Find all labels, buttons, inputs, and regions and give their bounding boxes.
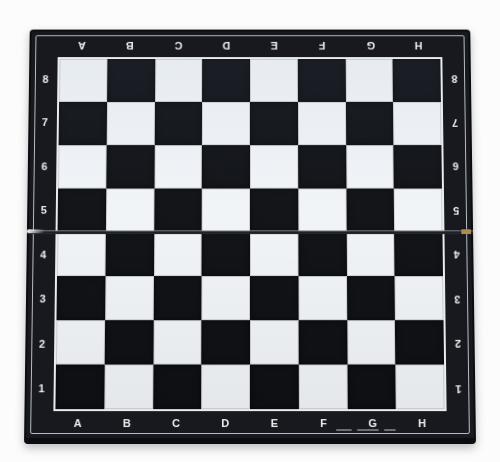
square-b4[interactable]	[105, 232, 154, 276]
rank-left-label-4: 4	[32, 232, 54, 276]
square-h7[interactable]	[393, 102, 441, 145]
square-b2[interactable]	[104, 320, 153, 364]
square-f3[interactable]	[298, 276, 347, 320]
square-g8[interactable]	[345, 59, 393, 102]
square-h4[interactable]	[394, 232, 443, 276]
square-a6[interactable]	[58, 145, 106, 188]
square-h5[interactable]	[394, 189, 443, 233]
square-f7[interactable]	[298, 102, 346, 145]
rank-right-label-6: 6	[444, 144, 466, 188]
square-f8[interactable]	[298, 59, 346, 102]
square-g5[interactable]	[346, 189, 394, 233]
file-labels-top: ABCDEFGH	[58, 35, 443, 56]
rank-left-label-5: 5	[33, 188, 55, 232]
rank-right-label-3: 3	[446, 277, 468, 322]
square-d8[interactable]	[202, 59, 250, 102]
square-e3[interactable]	[250, 276, 298, 320]
file-top-label-g: G	[346, 35, 394, 56]
square-h8[interactable]	[393, 59, 441, 102]
square-a2[interactable]	[56, 320, 105, 364]
square-d1[interactable]	[201, 365, 250, 410]
square-f2[interactable]	[298, 320, 347, 364]
square-b6[interactable]	[106, 145, 154, 188]
square-b3[interactable]	[105, 276, 154, 320]
square-c2[interactable]	[153, 320, 202, 364]
manufacturer-fine-print	[336, 429, 396, 431]
board-fold-seam	[27, 230, 473, 234]
square-b7[interactable]	[106, 102, 154, 145]
square-b1[interactable]	[104, 365, 153, 410]
file-bottom-label-b: B	[102, 412, 151, 434]
square-g2[interactable]	[347, 320, 396, 364]
square-h1[interactable]	[396, 365, 445, 410]
square-h2[interactable]	[395, 320, 444, 364]
square-e1[interactable]	[250, 365, 299, 410]
square-f5[interactable]	[298, 189, 346, 233]
square-g7[interactable]	[345, 102, 393, 145]
square-d3[interactable]	[202, 276, 250, 320]
square-c3[interactable]	[153, 276, 202, 320]
square-a3[interactable]	[56, 276, 105, 320]
square-f1[interactable]	[299, 365, 348, 410]
rank-left-label-7: 7	[34, 101, 56, 145]
rank-left-label-1: 1	[30, 366, 53, 411]
square-c6[interactable]	[154, 145, 202, 188]
rank-left-label-3: 3	[32, 277, 54, 322]
square-a1[interactable]	[55, 365, 104, 410]
photo-background: ABCDEFGH ABCDEFGH 87654321 87654321	[0, 0, 500, 462]
square-d5[interactable]	[202, 189, 250, 233]
square-d4[interactable]	[202, 232, 250, 276]
square-g6[interactable]	[346, 145, 394, 188]
square-h6[interactable]	[394, 145, 442, 188]
square-a4[interactable]	[57, 232, 106, 276]
file-top-label-b: B	[106, 35, 154, 56]
square-e6[interactable]	[250, 145, 298, 188]
square-h3[interactable]	[395, 276, 444, 320]
square-b8[interactable]	[107, 59, 155, 102]
square-a7[interactable]	[59, 102, 107, 145]
rank-right-label-8: 8	[443, 57, 465, 100]
square-c5[interactable]	[154, 189, 202, 233]
file-top-label-e: E	[250, 35, 298, 56]
square-b5[interactable]	[106, 189, 154, 233]
square-a5[interactable]	[58, 189, 107, 233]
square-d7[interactable]	[202, 102, 250, 145]
file-top-label-a: A	[58, 35, 106, 56]
rank-left-label-8: 8	[35, 57, 57, 100]
rank-right-label-1: 1	[447, 366, 470, 411]
chess-board: ABCDEFGH ABCDEFGH 87654321 87654321	[24, 30, 476, 444]
file-top-label-c: C	[154, 35, 202, 56]
square-f6[interactable]	[298, 145, 346, 188]
rank-right-label-5: 5	[445, 188, 467, 232]
square-e5[interactable]	[250, 189, 298, 233]
rank-right-label-2: 2	[447, 321, 469, 366]
square-c8[interactable]	[155, 59, 203, 102]
rank-left-label-6: 6	[33, 144, 55, 188]
rank-right-label-7: 7	[444, 101, 466, 145]
square-c1[interactable]	[153, 365, 202, 410]
square-e2[interactable]	[250, 320, 299, 364]
square-f4[interactable]	[298, 232, 346, 276]
square-e8[interactable]	[250, 59, 298, 102]
rank-right-label-4: 4	[445, 232, 467, 276]
square-d6[interactable]	[202, 145, 250, 188]
square-e4[interactable]	[250, 232, 298, 276]
square-d2[interactable]	[201, 320, 250, 364]
square-c4[interactable]	[154, 232, 202, 276]
file-top-label-d: D	[202, 35, 250, 56]
square-g1[interactable]	[347, 365, 396, 410]
file-bottom-label-d: D	[201, 412, 250, 434]
file-bottom-label-a: A	[53, 412, 102, 434]
square-g3[interactable]	[346, 276, 395, 320]
file-bottom-label-h: H	[397, 412, 446, 434]
fold-hinge	[461, 229, 471, 234]
rank-left-label-2: 2	[31, 321, 53, 366]
square-g4[interactable]	[346, 232, 395, 276]
square-a8[interactable]	[59, 59, 107, 102]
file-top-label-f: F	[298, 35, 346, 56]
square-e7[interactable]	[250, 102, 298, 145]
file-bottom-label-c: C	[152, 412, 201, 434]
file-bottom-label-e: E	[250, 412, 299, 434]
file-top-label-h: H	[394, 35, 442, 56]
fold-seam-glint	[27, 229, 45, 233]
square-c7[interactable]	[154, 102, 202, 145]
